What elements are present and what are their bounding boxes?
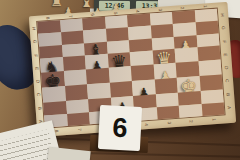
square-c8[interactable] <box>42 86 66 103</box>
square-a2[interactable] <box>179 104 202 118</box>
square-c7[interactable] <box>65 85 89 102</box>
square-c3[interactable] <box>154 78 178 95</box>
square-a7[interactable] <box>67 112 90 126</box>
square-d7[interactable] <box>63 70 87 87</box>
square-a3[interactable] <box>156 105 179 119</box>
scoresheet-second <box>47 147 90 160</box>
square-c4[interactable]: ♟ <box>132 80 156 97</box>
table-number: 6 <box>112 112 129 144</box>
square-d4[interactable] <box>131 65 155 82</box>
square-a1[interactable] <box>201 102 224 116</box>
square-c2[interactable]: ♚ <box>177 76 201 93</box>
captured-white-rook: ♜ <box>50 0 63 9</box>
square-d3[interactable]: ♟ <box>153 63 177 80</box>
square-d1[interactable] <box>198 60 222 77</box>
square-c6[interactable] <box>87 83 111 100</box>
tournament-scene: 12:46 13:33 ♜♟♝♟♟ ♝♟♞♟♛♛♚♟♟♚♟ 87654321 8… <box>0 0 240 160</box>
square-d6[interactable] <box>86 68 110 85</box>
square-c5[interactable] <box>109 81 133 98</box>
table-number-card: 6 <box>98 105 142 151</box>
square-c1[interactable] <box>199 75 223 92</box>
square-d5[interactable] <box>108 66 132 83</box>
square-d8[interactable]: ♚ <box>41 71 65 88</box>
